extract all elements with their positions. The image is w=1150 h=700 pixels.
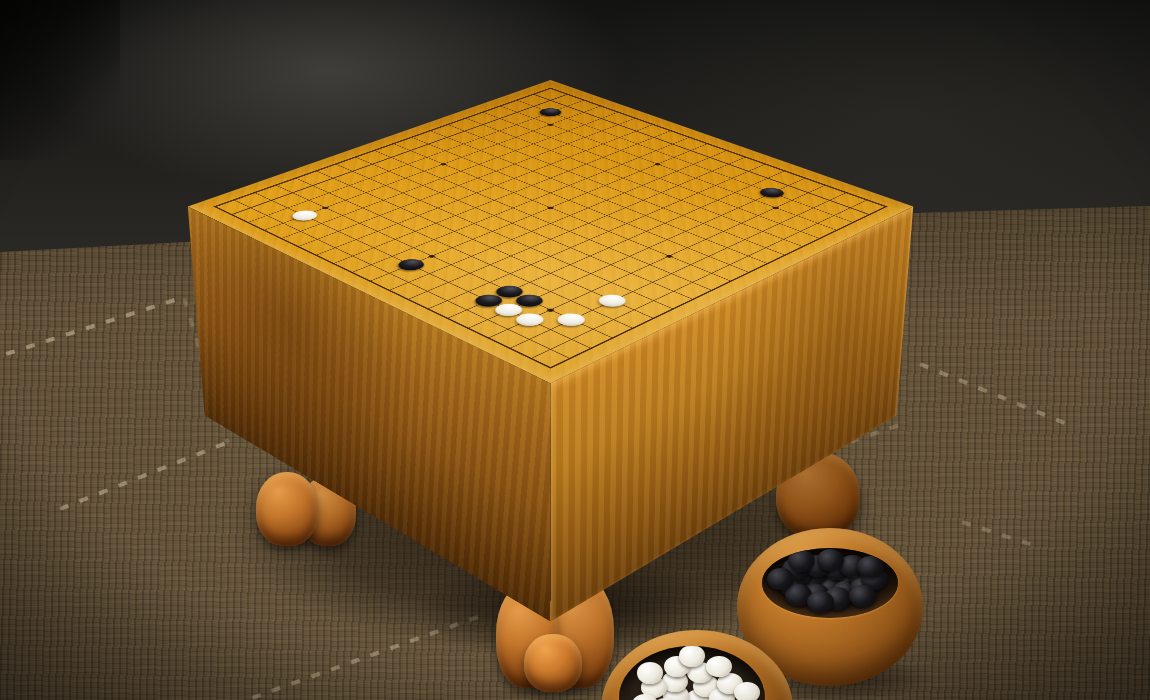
hoshi-point: [427, 254, 436, 258]
black-go-stone-C17: [535, 107, 565, 118]
hoshi-point: [654, 162, 662, 165]
black-go-stone-P4: [511, 292, 549, 309]
white-bowl-opening: [619, 646, 765, 700]
black-go-stone-O3: [470, 292, 508, 309]
hoshi-point: [321, 206, 329, 209]
background-dark-corner: [0, 0, 120, 160]
white-bowl-stone: [679, 646, 705, 667]
black-bowl-stone: [849, 585, 876, 607]
black-bowl-stone: [807, 591, 834, 613]
hoshi-point: [771, 206, 779, 209]
hoshi-point: [439, 162, 447, 165]
white-bowl-stone: [637, 662, 663, 683]
white-bowl-stone: [734, 682, 760, 700]
scene: [0, 0, 1150, 700]
black-go-stone-K3: [393, 257, 429, 273]
white-go-stone-Q3: [510, 311, 548, 329]
black-go-stone-O4: [491, 283, 528, 300]
hoshi-point: [546, 308, 555, 312]
white-go-stone-R6: [594, 292, 632, 309]
white-go-stone-R4: [552, 311, 590, 329]
white-go-stone-P3: [490, 301, 528, 318]
black-bowl-stone: [767, 568, 794, 590]
black-go-stone-P17: [755, 186, 788, 199]
black-bowl-stone: [817, 549, 844, 571]
goban-leg-lobe: [256, 472, 318, 546]
hoshi-point: [547, 123, 555, 126]
hoshi-point: [546, 206, 554, 209]
white-go-stone-D3: [287, 208, 321, 222]
hoshi-point: [665, 254, 674, 258]
black-bowl-opening: [762, 548, 898, 618]
